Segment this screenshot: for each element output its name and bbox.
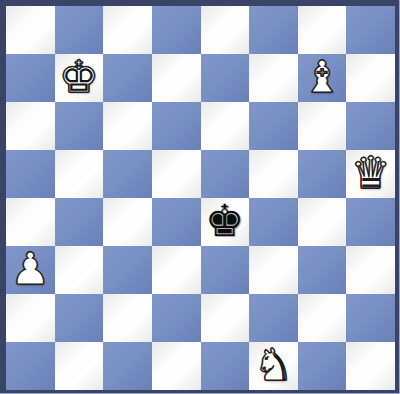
square-b3[interactable]	[55, 246, 104, 294]
square-a7[interactable]	[6, 54, 55, 102]
square-f7[interactable]	[249, 54, 298, 102]
white-bishop[interactable]: ♝	[302, 55, 341, 99]
square-d7[interactable]	[152, 54, 201, 102]
square-g8[interactable]	[298, 6, 347, 54]
square-h4[interactable]	[346, 198, 395, 246]
square-b4[interactable]	[55, 198, 104, 246]
square-c5[interactable]	[103, 150, 152, 198]
square-h8[interactable]	[346, 6, 395, 54]
square-f8[interactable]	[249, 6, 298, 54]
square-e2[interactable]	[201, 294, 250, 342]
white-king[interactable]: ♚	[59, 55, 98, 99]
square-c1[interactable]	[103, 342, 152, 390]
square-h6[interactable]	[346, 102, 395, 150]
square-a6[interactable]	[6, 102, 55, 150]
black-king[interactable]: ♚	[205, 199, 244, 243]
square-g2[interactable]	[298, 294, 347, 342]
square-d5[interactable]	[152, 150, 201, 198]
square-c3[interactable]	[103, 246, 152, 294]
square-d2[interactable]	[152, 294, 201, 342]
square-g4[interactable]	[298, 198, 347, 246]
square-f5[interactable]	[249, 150, 298, 198]
square-e1[interactable]	[201, 342, 250, 390]
square-g7[interactable]: ♝	[298, 54, 347, 102]
square-b5[interactable]	[55, 150, 104, 198]
square-h2[interactable]	[346, 294, 395, 342]
square-c2[interactable]	[103, 294, 152, 342]
square-g6[interactable]	[298, 102, 347, 150]
square-e4[interactable]: ♚	[201, 198, 250, 246]
square-e7[interactable]	[201, 54, 250, 102]
square-a5[interactable]	[6, 150, 55, 198]
white-knight[interactable]: ♞	[254, 343, 293, 387]
square-f2[interactable]	[249, 294, 298, 342]
white-queen[interactable]: ♛	[351, 151, 390, 195]
square-d4[interactable]	[152, 198, 201, 246]
square-e5[interactable]	[201, 150, 250, 198]
square-h5[interactable]: ♛	[346, 150, 395, 198]
square-e3[interactable]	[201, 246, 250, 294]
square-b1[interactable]	[55, 342, 104, 390]
square-b7[interactable]: ♚	[55, 54, 104, 102]
square-d6[interactable]	[152, 102, 201, 150]
chess-board-frame: ♚♝♛♚♟♞	[0, 0, 400, 394]
square-c6[interactable]	[103, 102, 152, 150]
square-d8[interactable]	[152, 6, 201, 54]
square-g3[interactable]	[298, 246, 347, 294]
square-g1[interactable]	[298, 342, 347, 390]
square-b2[interactable]	[55, 294, 104, 342]
square-a3[interactable]: ♟	[6, 246, 55, 294]
square-b8[interactable]	[55, 6, 104, 54]
square-h1[interactable]	[346, 342, 395, 390]
square-c4[interactable]	[103, 198, 152, 246]
square-c8[interactable]	[103, 6, 152, 54]
square-e6[interactable]	[201, 102, 250, 150]
square-a1[interactable]	[6, 342, 55, 390]
square-d1[interactable]	[152, 342, 201, 390]
square-c7[interactable]	[103, 54, 152, 102]
square-a4[interactable]	[6, 198, 55, 246]
square-g5[interactable]	[298, 150, 347, 198]
square-f6[interactable]	[249, 102, 298, 150]
square-h3[interactable]	[346, 246, 395, 294]
white-pawn[interactable]: ♟	[11, 247, 50, 291]
square-a8[interactable]	[6, 6, 55, 54]
chess-board: ♚♝♛♚♟♞	[6, 6, 395, 390]
square-h7[interactable]	[346, 54, 395, 102]
square-e8[interactable]	[201, 6, 250, 54]
square-f3[interactable]	[249, 246, 298, 294]
square-b6[interactable]	[55, 102, 104, 150]
square-f4[interactable]	[249, 198, 298, 246]
square-d3[interactable]	[152, 246, 201, 294]
square-f1[interactable]: ♞	[249, 342, 298, 390]
square-a2[interactable]	[6, 294, 55, 342]
